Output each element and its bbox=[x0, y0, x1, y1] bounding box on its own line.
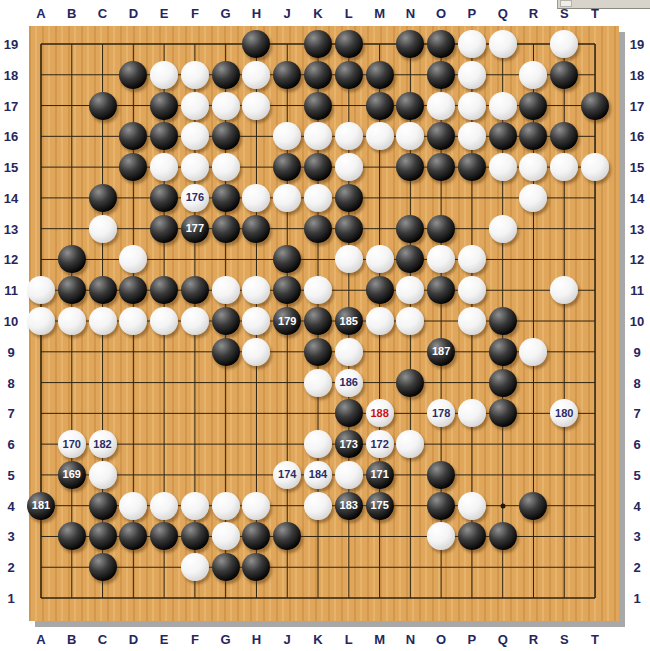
black-stone-M17 bbox=[366, 92, 394, 120]
row-label-right-11: 11 bbox=[630, 284, 644, 297]
black-stone-A4: 181 bbox=[27, 492, 55, 520]
white-stone-K6 bbox=[304, 430, 332, 458]
black-stone-B12 bbox=[58, 245, 86, 273]
column-label-bottom-F: F bbox=[191, 633, 199, 646]
black-stone-C2 bbox=[89, 553, 117, 581]
white-stone-G11 bbox=[212, 276, 240, 304]
row-label-left-13: 13 bbox=[4, 222, 18, 235]
white-stone-Q15 bbox=[489, 153, 517, 181]
column-label-top-E: E bbox=[160, 7, 169, 20]
column-label-top-T: T bbox=[591, 7, 599, 20]
white-stone-P17 bbox=[458, 92, 486, 120]
black-stone-D16 bbox=[119, 122, 147, 150]
row-label-right-18: 18 bbox=[630, 68, 644, 81]
column-label-bottom-N: N bbox=[406, 633, 415, 646]
row-label-right-15: 15 bbox=[630, 161, 644, 174]
white-stone-J16 bbox=[273, 122, 301, 150]
white-stone-G4 bbox=[212, 492, 240, 520]
move-number-180: 180 bbox=[555, 408, 573, 419]
black-stone-G13 bbox=[212, 215, 240, 243]
white-stone-F17 bbox=[181, 92, 209, 120]
black-stone-N17 bbox=[396, 92, 424, 120]
row-label-right-2: 2 bbox=[633, 561, 640, 574]
column-label-top-A: A bbox=[36, 7, 45, 20]
white-stone-K14 bbox=[304, 184, 332, 212]
white-stone-F10 bbox=[181, 307, 209, 335]
white-stone-K5: 184 bbox=[304, 461, 332, 489]
row-label-right-1: 1 bbox=[633, 592, 640, 605]
white-stone-E10 bbox=[150, 307, 178, 335]
black-stone-K18 bbox=[304, 61, 332, 89]
black-stone-B3 bbox=[58, 522, 86, 550]
white-stone-R15 bbox=[519, 153, 547, 181]
row-label-left-3: 3 bbox=[7, 530, 14, 543]
black-stone-H19 bbox=[242, 30, 270, 58]
row-label-left-14: 14 bbox=[4, 191, 18, 204]
column-label-top-L: L bbox=[345, 7, 353, 20]
black-stone-L14 bbox=[335, 184, 363, 212]
black-stone-L4: 183 bbox=[335, 492, 363, 520]
black-stone-J11 bbox=[273, 276, 301, 304]
black-stone-N19 bbox=[396, 30, 424, 58]
black-stone-F13: 177 bbox=[181, 215, 209, 243]
move-number-169: 169 bbox=[63, 469, 81, 480]
row-label-left-16: 16 bbox=[4, 130, 18, 143]
black-stone-P3 bbox=[458, 522, 486, 550]
black-stone-J18 bbox=[273, 61, 301, 89]
white-stone-P7 bbox=[458, 399, 486, 427]
white-stone-L8: 186 bbox=[335, 369, 363, 397]
white-stone-A10 bbox=[27, 307, 55, 335]
black-stone-H2 bbox=[242, 553, 270, 581]
white-stone-O7: 178 bbox=[427, 399, 455, 427]
white-stone-Q19 bbox=[489, 30, 517, 58]
white-stone-S15 bbox=[550, 153, 578, 181]
black-stone-G14 bbox=[212, 184, 240, 212]
row-label-right-17: 17 bbox=[630, 99, 644, 112]
white-stone-T15 bbox=[581, 153, 609, 181]
black-stone-N15 bbox=[396, 153, 424, 181]
star-point-Q4 bbox=[500, 503, 505, 508]
black-stone-T17 bbox=[581, 92, 609, 120]
move-number-175: 175 bbox=[370, 500, 388, 511]
row-label-left-5: 5 bbox=[7, 468, 14, 481]
black-stone-S18 bbox=[550, 61, 578, 89]
black-stone-Q9 bbox=[489, 338, 517, 366]
white-stone-L16 bbox=[335, 122, 363, 150]
black-stone-C4 bbox=[89, 492, 117, 520]
black-stone-H3 bbox=[242, 522, 270, 550]
white-stone-R9 bbox=[519, 338, 547, 366]
black-stone-M5: 171 bbox=[366, 461, 394, 489]
white-stone-H11 bbox=[242, 276, 270, 304]
white-stone-P16 bbox=[458, 122, 486, 150]
black-stone-O9: 187 bbox=[427, 338, 455, 366]
white-stone-R14 bbox=[519, 184, 547, 212]
move-number-184: 184 bbox=[309, 469, 327, 480]
white-stone-O3 bbox=[427, 522, 455, 550]
black-stone-O13 bbox=[427, 215, 455, 243]
white-stone-O17 bbox=[427, 92, 455, 120]
white-stone-B10 bbox=[58, 307, 86, 335]
row-label-right-16: 16 bbox=[630, 130, 644, 143]
black-stone-E13 bbox=[150, 215, 178, 243]
black-stone-O15 bbox=[427, 153, 455, 181]
white-stone-P19 bbox=[458, 30, 486, 58]
column-label-top-N: N bbox=[406, 7, 415, 20]
row-label-left-15: 15 bbox=[4, 161, 18, 174]
black-stone-D3 bbox=[119, 522, 147, 550]
white-stone-B6: 170 bbox=[58, 430, 86, 458]
white-stone-P18 bbox=[458, 61, 486, 89]
row-label-left-7: 7 bbox=[7, 407, 14, 420]
column-label-top-C: C bbox=[98, 7, 107, 20]
white-stone-L12 bbox=[335, 245, 363, 273]
move-number-188: 188 bbox=[370, 408, 388, 419]
black-stone-O11 bbox=[427, 276, 455, 304]
white-stone-D12 bbox=[119, 245, 147, 273]
white-stone-F2 bbox=[181, 553, 209, 581]
white-stone-F14: 176 bbox=[181, 184, 209, 212]
column-label-top-G: G bbox=[221, 7, 231, 20]
move-number-182: 182 bbox=[93, 439, 111, 450]
white-stone-C13 bbox=[89, 215, 117, 243]
white-stone-H17 bbox=[242, 92, 270, 120]
black-stone-N8 bbox=[396, 369, 424, 397]
move-number-176: 176 bbox=[186, 192, 204, 203]
black-stone-E11 bbox=[150, 276, 178, 304]
black-stone-M4: 175 bbox=[366, 492, 394, 520]
black-stone-K13 bbox=[304, 215, 332, 243]
white-stone-C5 bbox=[89, 461, 117, 489]
column-label-bottom-C: C bbox=[98, 633, 107, 646]
white-stone-H14 bbox=[242, 184, 270, 212]
black-stone-E16 bbox=[150, 122, 178, 150]
black-stone-Q8 bbox=[489, 369, 517, 397]
window-toolbar-fragment bbox=[557, 0, 650, 9]
move-number-177: 177 bbox=[186, 223, 204, 234]
black-stone-B5: 169 bbox=[58, 461, 86, 489]
black-stone-K9 bbox=[304, 338, 332, 366]
black-stone-G10 bbox=[212, 307, 240, 335]
column-label-top-S: S bbox=[560, 7, 569, 20]
column-label-bottom-D: D bbox=[129, 633, 138, 646]
white-stone-D4 bbox=[119, 492, 147, 520]
column-label-top-B: B bbox=[67, 7, 76, 20]
black-stone-K10 bbox=[304, 307, 332, 335]
white-stone-Q17 bbox=[489, 92, 517, 120]
column-label-top-H: H bbox=[252, 7, 261, 20]
white-stone-S7: 180 bbox=[550, 399, 578, 427]
column-label-top-P: P bbox=[468, 7, 477, 20]
column-label-bottom-G: G bbox=[221, 633, 231, 646]
column-label-bottom-B: B bbox=[67, 633, 76, 646]
white-stone-H10 bbox=[242, 307, 270, 335]
black-stone-G16 bbox=[212, 122, 240, 150]
row-label-left-12: 12 bbox=[4, 253, 18, 266]
white-stone-J5: 174 bbox=[273, 461, 301, 489]
white-stone-K16 bbox=[304, 122, 332, 150]
white-stone-K4 bbox=[304, 492, 332, 520]
white-stone-P10 bbox=[458, 307, 486, 335]
black-stone-L18 bbox=[335, 61, 363, 89]
white-stone-P4 bbox=[458, 492, 486, 520]
black-stone-Q3 bbox=[489, 522, 517, 550]
white-stone-P12 bbox=[458, 245, 486, 273]
row-label-right-10: 10 bbox=[630, 315, 644, 328]
column-label-top-M: M bbox=[374, 7, 385, 20]
white-stone-M10 bbox=[366, 307, 394, 335]
row-label-left-10: 10 bbox=[4, 315, 18, 328]
white-stone-K8 bbox=[304, 369, 332, 397]
white-stone-A11 bbox=[27, 276, 55, 304]
row-label-right-6: 6 bbox=[633, 438, 640, 451]
white-stone-P11 bbox=[458, 276, 486, 304]
white-stone-M6: 172 bbox=[366, 430, 394, 458]
row-label-left-4: 4 bbox=[7, 499, 14, 512]
black-stone-J10: 179 bbox=[273, 307, 301, 335]
column-label-bottom-A: A bbox=[36, 633, 45, 646]
row-label-right-9: 9 bbox=[633, 345, 640, 358]
column-label-top-O: O bbox=[436, 7, 446, 20]
column-label-bottom-S: S bbox=[560, 633, 569, 646]
black-stone-E14 bbox=[150, 184, 178, 212]
row-label-left-11: 11 bbox=[4, 284, 18, 297]
black-stone-L7 bbox=[335, 399, 363, 427]
black-stone-E3 bbox=[150, 522, 178, 550]
black-stone-C14 bbox=[89, 184, 117, 212]
black-stone-O16 bbox=[427, 122, 455, 150]
black-stone-D11 bbox=[119, 276, 147, 304]
white-stone-N11 bbox=[396, 276, 424, 304]
column-label-bottom-K: K bbox=[313, 633, 322, 646]
white-stone-H4 bbox=[242, 492, 270, 520]
white-stone-G3 bbox=[212, 522, 240, 550]
move-number-185: 185 bbox=[340, 316, 358, 327]
row-label-left-19: 19 bbox=[4, 38, 18, 51]
move-number-187: 187 bbox=[432, 346, 450, 357]
move-number-179: 179 bbox=[278, 316, 296, 327]
column-label-bottom-J: J bbox=[284, 633, 291, 646]
white-stone-C6: 182 bbox=[89, 430, 117, 458]
white-stone-G17 bbox=[212, 92, 240, 120]
move-number-173: 173 bbox=[340, 439, 358, 450]
white-stone-M16 bbox=[366, 122, 394, 150]
white-stone-F15 bbox=[181, 153, 209, 181]
move-number-183: 183 bbox=[340, 500, 358, 511]
black-stone-R17 bbox=[519, 92, 547, 120]
black-stone-J12 bbox=[273, 245, 301, 273]
white-stone-F4 bbox=[181, 492, 209, 520]
white-stone-S11 bbox=[550, 276, 578, 304]
black-stone-R16 bbox=[519, 122, 547, 150]
white-stone-R18 bbox=[519, 61, 547, 89]
row-label-right-7: 7 bbox=[633, 407, 640, 420]
column-label-top-F: F bbox=[191, 7, 199, 20]
black-stone-Q10 bbox=[489, 307, 517, 335]
white-stone-G15 bbox=[212, 153, 240, 181]
black-stone-R4 bbox=[519, 492, 547, 520]
move-number-178: 178 bbox=[432, 408, 450, 419]
black-stone-J3 bbox=[273, 522, 301, 550]
black-stone-O18 bbox=[427, 61, 455, 89]
column-label-top-K: K bbox=[313, 7, 322, 20]
black-stone-M11 bbox=[366, 276, 394, 304]
white-stone-N6 bbox=[396, 430, 424, 458]
black-stone-C17 bbox=[89, 92, 117, 120]
white-stone-C10 bbox=[89, 307, 117, 335]
black-stone-L6: 173 bbox=[335, 430, 363, 458]
row-label-left-1: 1 bbox=[7, 592, 14, 605]
move-number-181: 181 bbox=[32, 500, 50, 511]
row-label-right-12: 12 bbox=[630, 253, 644, 266]
row-label-right-3: 3 bbox=[633, 530, 640, 543]
column-label-top-J: J bbox=[284, 7, 291, 20]
black-stone-O5 bbox=[427, 461, 455, 489]
black-stone-H13 bbox=[242, 215, 270, 243]
row-label-right-19: 19 bbox=[630, 38, 644, 51]
white-stone-N16 bbox=[396, 122, 424, 150]
row-label-left-18: 18 bbox=[4, 68, 18, 81]
white-stone-E18 bbox=[150, 61, 178, 89]
white-stone-H9 bbox=[242, 338, 270, 366]
row-label-left-8: 8 bbox=[7, 376, 14, 389]
move-number-172: 172 bbox=[370, 439, 388, 450]
white-stone-N10 bbox=[396, 307, 424, 335]
column-label-bottom-O: O bbox=[436, 633, 446, 646]
black-stone-B11 bbox=[58, 276, 86, 304]
column-label-bottom-T: T bbox=[591, 633, 599, 646]
black-stone-S16 bbox=[550, 122, 578, 150]
column-label-bottom-Q: Q bbox=[498, 633, 508, 646]
black-stone-C11 bbox=[89, 276, 117, 304]
white-stone-M7: 188 bbox=[366, 399, 394, 427]
white-stone-Q13 bbox=[489, 215, 517, 243]
black-stone-Q7 bbox=[489, 399, 517, 427]
column-label-top-Q: Q bbox=[498, 7, 508, 20]
row-label-right-8: 8 bbox=[633, 376, 640, 389]
black-stone-K17 bbox=[304, 92, 332, 120]
row-label-left-2: 2 bbox=[7, 561, 14, 574]
white-stone-L15 bbox=[335, 153, 363, 181]
column-label-top-R: R bbox=[529, 7, 538, 20]
black-stone-F11 bbox=[181, 276, 209, 304]
column-label-bottom-M: M bbox=[374, 633, 385, 646]
black-stone-P15 bbox=[458, 153, 486, 181]
column-label-bottom-L: L bbox=[345, 633, 353, 646]
black-stone-K19 bbox=[304, 30, 332, 58]
black-stone-L10: 185 bbox=[335, 307, 363, 335]
black-stone-L19 bbox=[335, 30, 363, 58]
white-stone-K11 bbox=[304, 276, 332, 304]
row-label-left-17: 17 bbox=[4, 99, 18, 112]
move-number-171: 171 bbox=[370, 469, 388, 480]
black-stone-E17 bbox=[150, 92, 178, 120]
column-label-bottom-P: P bbox=[468, 633, 477, 646]
column-label-top-D: D bbox=[129, 7, 138, 20]
white-stone-F16 bbox=[181, 122, 209, 150]
white-stone-D10 bbox=[119, 307, 147, 335]
black-stone-O4 bbox=[427, 492, 455, 520]
black-stone-D15 bbox=[119, 153, 147, 181]
black-stone-D18 bbox=[119, 61, 147, 89]
row-label-right-4: 4 bbox=[633, 499, 640, 512]
move-number-186: 186 bbox=[340, 377, 358, 388]
white-stone-M12 bbox=[366, 245, 394, 273]
white-stone-E15 bbox=[150, 153, 178, 181]
black-stone-J15 bbox=[273, 153, 301, 181]
black-stone-G18 bbox=[212, 61, 240, 89]
move-number-170: 170 bbox=[63, 439, 81, 450]
black-stone-C3 bbox=[89, 522, 117, 550]
white-stone-H18 bbox=[242, 61, 270, 89]
white-stone-L5 bbox=[335, 461, 363, 489]
white-stone-S19 bbox=[550, 30, 578, 58]
white-stone-J14 bbox=[273, 184, 301, 212]
row-label-left-9: 9 bbox=[7, 345, 14, 358]
black-stone-K15 bbox=[304, 153, 332, 181]
row-label-right-5: 5 bbox=[633, 468, 640, 481]
black-stone-N13 bbox=[396, 215, 424, 243]
go-board-screenshot: AABBCCDDEEFFGGHHJJKKLLMMNNOOPPQQRRSSTT19… bbox=[0, 0, 650, 651]
white-stone-E4 bbox=[150, 492, 178, 520]
column-label-bottom-E: E bbox=[160, 633, 169, 646]
white-stone-L9 bbox=[335, 338, 363, 366]
column-label-bottom-R: R bbox=[529, 633, 538, 646]
black-stone-N12 bbox=[396, 245, 424, 273]
column-label-bottom-H: H bbox=[252, 633, 261, 646]
black-stone-Q16 bbox=[489, 122, 517, 150]
black-stone-O19 bbox=[427, 30, 455, 58]
black-stone-L13 bbox=[335, 215, 363, 243]
white-stone-F18 bbox=[181, 61, 209, 89]
black-stone-G9 bbox=[212, 338, 240, 366]
row-label-left-6: 6 bbox=[7, 438, 14, 451]
move-number-174: 174 bbox=[278, 469, 296, 480]
black-stone-G2 bbox=[212, 553, 240, 581]
white-stone-O12 bbox=[427, 245, 455, 273]
row-label-right-14: 14 bbox=[630, 191, 644, 204]
black-stone-F3 bbox=[181, 522, 209, 550]
row-label-right-13: 13 bbox=[630, 222, 644, 235]
black-stone-M18 bbox=[366, 61, 394, 89]
